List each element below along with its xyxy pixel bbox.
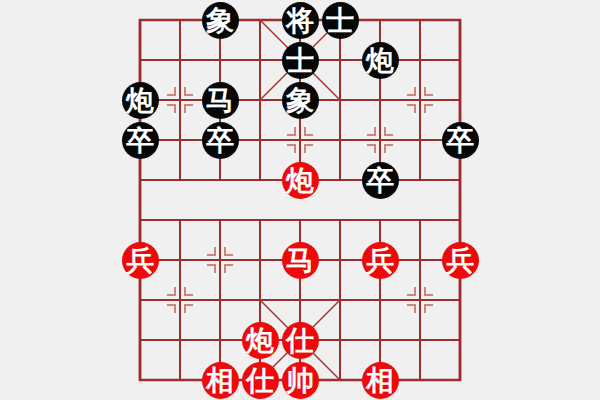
black-elephant[interactable]: 象 — [282, 82, 319, 119]
black-soldier[interactable]: 卒 — [442, 122, 479, 159]
red-soldier[interactable]: 兵 — [442, 242, 479, 279]
black-cannon[interactable]: 炮 — [362, 42, 399, 79]
black-soldier[interactable]: 卒 — [122, 122, 159, 159]
red-elephant[interactable]: 相 — [362, 362, 399, 399]
black-soldier[interactable]: 卒 — [202, 122, 239, 159]
red-elephant[interactable]: 相 — [202, 362, 239, 399]
red-cannon[interactable]: 炮 — [282, 162, 319, 199]
red-cannon[interactable]: 炮 — [242, 322, 279, 359]
black-soldier[interactable]: 卒 — [362, 162, 399, 199]
black-advisor[interactable]: 士 — [322, 2, 359, 39]
xiangqi-app: 象将士士炮炮马象卒卒卒卒炮兵马兵兵炮仕相仕帅相 — [0, 0, 600, 400]
red-advisor[interactable]: 仕 — [242, 362, 279, 399]
red-advisor[interactable]: 仕 — [282, 322, 319, 359]
black-general[interactable]: 将 — [282, 2, 319, 39]
red-king[interactable]: 帅 — [282, 362, 319, 399]
black-cannon[interactable]: 炮 — [122, 82, 159, 119]
black-advisor[interactable]: 士 — [282, 42, 319, 79]
black-horse[interactable]: 马 — [202, 82, 239, 119]
red-soldier[interactable]: 兵 — [122, 242, 159, 279]
red-soldier[interactable]: 兵 — [362, 242, 399, 279]
black-elephant[interactable]: 象 — [202, 2, 239, 39]
red-horse[interactable]: 马 — [282, 242, 319, 279]
